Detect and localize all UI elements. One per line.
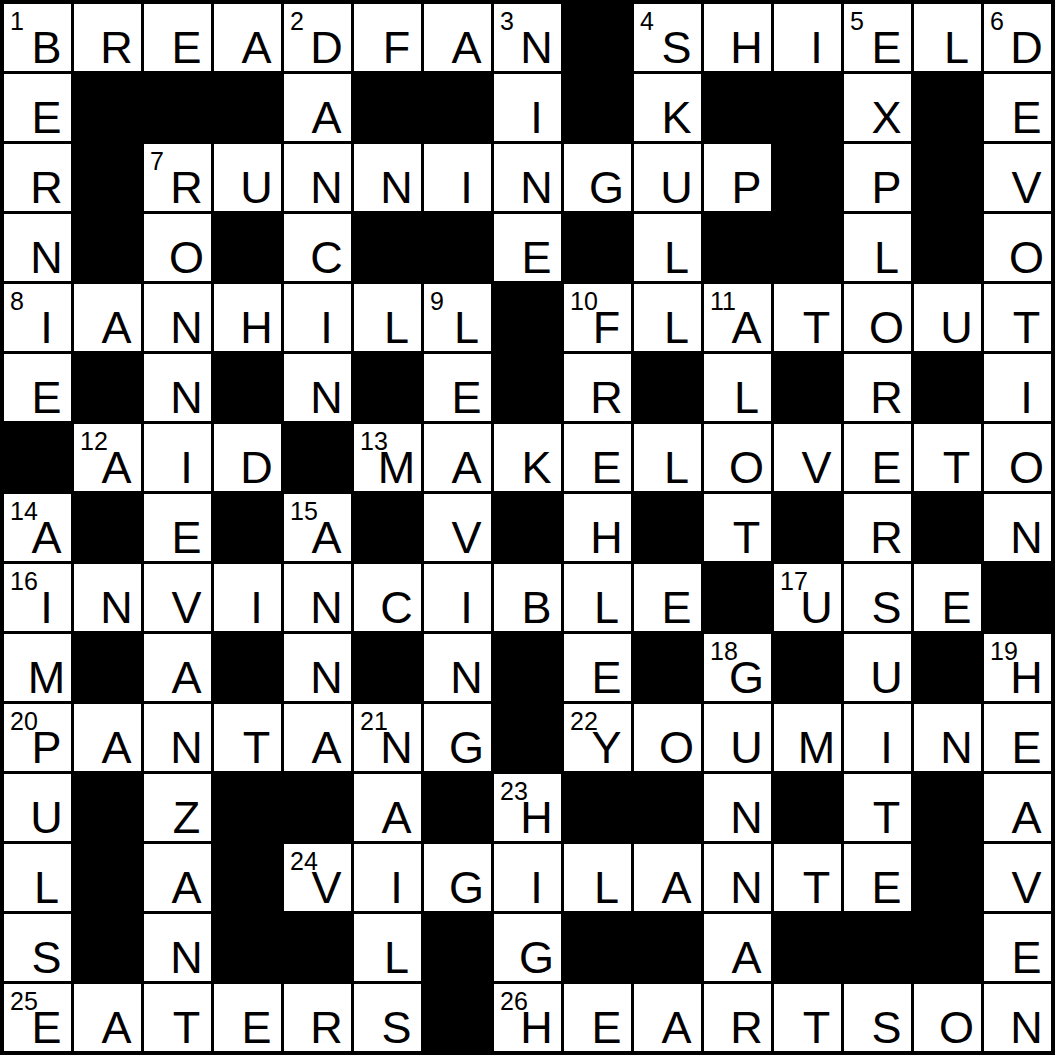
cell-14-3[interactable]: E: [214, 984, 281, 1051]
cell-letter: L: [442, 305, 491, 350]
cell-6-3[interactable]: D: [214, 424, 281, 491]
cell-letter: N: [162, 725, 211, 770]
block-cell-12-13: [914, 844, 981, 911]
cell-letter: T: [792, 1005, 841, 1050]
cell-letter: M: [372, 445, 421, 490]
cell-letter: F: [372, 25, 421, 70]
cell-letter: N: [92, 585, 141, 630]
cell-5-4[interactable]: N: [284, 354, 351, 421]
cell-10-1[interactable]: A: [74, 704, 141, 771]
cell-letter: S: [862, 1005, 911, 1050]
cell-5-8[interactable]: R: [564, 354, 631, 421]
cell-letter: S: [862, 585, 911, 630]
cell-11-2[interactable]: Z: [144, 774, 211, 841]
cell-letter: N: [372, 725, 421, 770]
cell-5-2[interactable]: N: [144, 354, 211, 421]
cell-letter: E: [232, 1005, 281, 1050]
cell-8-4[interactable]: N: [284, 564, 351, 631]
cell-letter: A: [162, 865, 211, 910]
cell-9-4[interactable]: N: [284, 634, 351, 701]
cell-9-10[interactable]: 18G: [704, 634, 771, 701]
cell-0-5[interactable]: F: [354, 4, 421, 71]
cell-8-1[interactable]: N: [74, 564, 141, 631]
cell-12-9[interactable]: A: [634, 844, 701, 911]
cell-7-4[interactable]: 15A: [284, 494, 351, 561]
cell-letter: T: [792, 305, 841, 350]
cell-11-0[interactable]: U: [4, 774, 71, 841]
cell-6-8[interactable]: E: [564, 424, 631, 491]
block-cell-3-13: [914, 214, 981, 281]
block-cell-13-9: [634, 914, 701, 981]
cell-10-11[interactable]: M: [774, 704, 841, 771]
cell-11-10[interactable]: N: [704, 774, 771, 841]
cell-3-0[interactable]: N: [4, 214, 71, 281]
cell-7-8[interactable]: H: [564, 494, 631, 561]
block-cell-11-11: [774, 774, 841, 841]
cell-10-8[interactable]: 22Y: [564, 704, 631, 771]
cell-9-6[interactable]: N: [424, 634, 491, 701]
cell-10-13[interactable]: N: [914, 704, 981, 771]
cell-11-14[interactable]: A: [984, 774, 1051, 841]
cell-4-6[interactable]: 9L: [424, 284, 491, 351]
cell-2-0[interactable]: R: [4, 144, 71, 211]
cell-8-7[interactable]: B: [494, 564, 561, 631]
cell-9-0[interactable]: M: [4, 634, 71, 701]
cell-12-2[interactable]: A: [144, 844, 211, 911]
cell-8-3[interactable]: I: [214, 564, 281, 631]
cell-6-5[interactable]: 13M: [354, 424, 421, 491]
cell-11-12[interactable]: T: [844, 774, 911, 841]
cell-letter: V: [1002, 165, 1051, 210]
cell-letter: N: [512, 25, 561, 70]
cell-8-13[interactable]: E: [914, 564, 981, 631]
block-cell-13-6: [424, 914, 491, 981]
cell-letter: F: [582, 305, 631, 350]
cell-letter: L: [722, 375, 771, 420]
cell-4-8[interactable]: 10F: [564, 284, 631, 351]
cell-13-2[interactable]: N: [144, 914, 211, 981]
cell-9-14[interactable]: 19H: [984, 634, 1051, 701]
cell-letter: L: [932, 25, 981, 70]
cell-letter: O: [1002, 235, 1051, 280]
cell-1-12[interactable]: X: [844, 74, 911, 141]
cell-3-14[interactable]: O: [984, 214, 1051, 281]
cell-letter: U: [232, 165, 281, 210]
block-cell-5-11: [774, 354, 841, 421]
cell-letter: N: [302, 655, 351, 700]
block-cell-1-6: [424, 74, 491, 141]
cell-letter: N: [302, 585, 351, 630]
block-cell-13-4: [284, 914, 351, 981]
block-cell-11-13: [914, 774, 981, 841]
cell-7-2[interactable]: E: [144, 494, 211, 561]
crossword-grid: 1BREA2DFA3N4SHI5EL6DEAIKXER7RUNNINGUPPVN…: [0, 0, 1055, 1055]
cell-letter: S: [372, 1005, 421, 1050]
cell-12-14[interactable]: V: [984, 844, 1051, 911]
cell-letter: T: [1002, 305, 1051, 350]
cell-letter: I: [792, 25, 841, 70]
cell-14-12[interactable]: S: [844, 984, 911, 1051]
block-cell-11-3: [214, 774, 281, 841]
cell-7-10[interactable]: T: [704, 494, 771, 561]
cell-letter: U: [932, 305, 981, 350]
block-cell-6-4: [284, 424, 351, 491]
cell-letter: N: [372, 165, 421, 210]
block-cell-3-8: [564, 214, 631, 281]
cell-10-12[interactable]: I: [844, 704, 911, 771]
cell-7-14[interactable]: N: [984, 494, 1051, 561]
cell-letter: E: [582, 655, 631, 700]
cell-0-6[interactable]: A: [424, 4, 491, 71]
cell-0-9[interactable]: 4S: [634, 4, 701, 71]
cell-0-4[interactable]: 2D: [284, 4, 351, 71]
cell-0-11[interactable]: I: [774, 4, 841, 71]
cell-0-12[interactable]: 5E: [844, 4, 911, 71]
cell-3-7[interactable]: E: [494, 214, 561, 281]
cell-letter: A: [652, 1005, 701, 1050]
block-cell-12-3: [214, 844, 281, 911]
cell-10-2[interactable]: N: [144, 704, 211, 771]
cell-letter: N: [442, 655, 491, 700]
cell-6-11[interactable]: V: [774, 424, 841, 491]
cell-2-4[interactable]: N: [284, 144, 351, 211]
cell-12-10[interactable]: N: [704, 844, 771, 911]
cell-letter: A: [162, 655, 211, 700]
cell-4-4[interactable]: I: [284, 284, 351, 351]
cell-letter: G: [442, 725, 491, 770]
block-cell-11-6: [424, 774, 491, 841]
cell-letter: R: [862, 515, 911, 560]
cell-2-3[interactable]: U: [214, 144, 281, 211]
cell-4-14[interactable]: T: [984, 284, 1051, 351]
block-cell-3-6: [424, 214, 491, 281]
cell-2-9[interactable]: U: [634, 144, 701, 211]
cell-5-10[interactable]: L: [704, 354, 771, 421]
cell-14-8[interactable]: E: [564, 984, 631, 1051]
cell-14-0[interactable]: 25E: [4, 984, 71, 1051]
cell-letter: G: [512, 935, 561, 980]
cell-letter: E: [862, 865, 911, 910]
cell-letter: U: [22, 795, 71, 840]
cell-4-11[interactable]: T: [774, 284, 841, 351]
cell-10-10[interactable]: U: [704, 704, 771, 771]
block-cell-1-8: [564, 74, 631, 141]
block-cell-9-7: [494, 634, 561, 701]
cell-14-7[interactable]: 26H: [494, 984, 561, 1051]
cell-14-14[interactable]: N: [984, 984, 1051, 1051]
cell-0-13[interactable]: L: [914, 4, 981, 71]
cell-letter: H: [722, 25, 771, 70]
cell-letter: N: [162, 305, 211, 350]
cell-4-12[interactable]: O: [844, 284, 911, 351]
cell-letter: H: [512, 795, 561, 840]
cell-letter: D: [1002, 25, 1051, 70]
cell-letter: E: [512, 235, 561, 280]
block-cell-1-13: [914, 74, 981, 141]
cell-8-12[interactable]: S: [844, 564, 911, 631]
cell-8-0[interactable]: 16I: [4, 564, 71, 631]
cell-letter: L: [652, 445, 701, 490]
cell-13-14[interactable]: E: [984, 914, 1051, 981]
block-cell-2-1: [74, 144, 141, 211]
cell-13-0[interactable]: S: [4, 914, 71, 981]
cell-letter: S: [652, 25, 701, 70]
block-cell-9-1: [74, 634, 141, 701]
cell-14-4[interactable]: R: [284, 984, 351, 1051]
block-cell-1-1: [74, 74, 141, 141]
cell-10-14[interactable]: E: [984, 704, 1051, 771]
cell-letter: L: [652, 235, 701, 280]
block-cell-10-7: [494, 704, 561, 771]
block-cell-11-1: [74, 774, 141, 841]
cell-letter: N: [932, 725, 981, 770]
cell-letter: L: [582, 585, 631, 630]
cell-3-4[interactable]: C: [284, 214, 351, 281]
cell-letter: R: [302, 1005, 351, 1050]
cell-letter: N: [162, 375, 211, 420]
cell-5-6[interactable]: E: [424, 354, 491, 421]
cell-letter: P: [722, 165, 771, 210]
cell-6-7[interactable]: K: [494, 424, 561, 491]
block-cell-3-10: [704, 214, 771, 281]
cell-letter: N: [1002, 1005, 1051, 1050]
cell-6-14[interactable]: O: [984, 424, 1051, 491]
cell-11-5[interactable]: A: [354, 774, 421, 841]
cell-2-8[interactable]: G: [564, 144, 631, 211]
cell-10-5[interactable]: 21N: [354, 704, 421, 771]
cell-0-14[interactable]: 6D: [984, 4, 1051, 71]
cell-14-10[interactable]: R: [704, 984, 771, 1051]
cell-letter: G: [582, 165, 631, 210]
cell-2-10[interactable]: P: [704, 144, 771, 211]
cell-letter: A: [92, 725, 141, 770]
cell-letter: A: [92, 1005, 141, 1050]
cell-5-12[interactable]: R: [844, 354, 911, 421]
cell-0-10[interactable]: H: [704, 4, 771, 71]
block-cell-7-11: [774, 494, 841, 561]
cell-2-6[interactable]: I: [424, 144, 491, 211]
block-cell-8-14: [984, 564, 1051, 631]
cell-letter: E: [442, 375, 491, 420]
cell-letter: E: [652, 585, 701, 630]
cell-letter: A: [722, 305, 771, 350]
cell-letter: A: [92, 445, 141, 490]
cell-14-11[interactable]: T: [774, 984, 841, 1051]
cell-4-1[interactable]: A: [74, 284, 141, 351]
cell-0-3[interactable]: A: [214, 4, 281, 71]
cell-10-3[interactable]: T: [214, 704, 281, 771]
cell-10-9[interactable]: O: [634, 704, 701, 771]
cell-11-7[interactable]: 23H: [494, 774, 561, 841]
cell-12-5[interactable]: I: [354, 844, 421, 911]
cell-2-12[interactable]: P: [844, 144, 911, 211]
cell-letter: E: [162, 515, 211, 560]
cell-letter: G: [442, 865, 491, 910]
cell-letter: N: [722, 865, 771, 910]
cell-letter: A: [22, 515, 71, 560]
cell-letter: L: [582, 865, 631, 910]
cell-2-2[interactable]: 7R: [144, 144, 211, 211]
cell-12-8[interactable]: L: [564, 844, 631, 911]
cell-3-9[interactable]: L: [634, 214, 701, 281]
cell-letter: N: [302, 165, 351, 210]
cell-12-7[interactable]: I: [494, 844, 561, 911]
block-cell-11-4: [284, 774, 351, 841]
cell-14-9[interactable]: A: [634, 984, 701, 1051]
cell-letter: K: [652, 95, 701, 140]
block-cell-13-3: [214, 914, 281, 981]
block-cell-5-9: [634, 354, 701, 421]
cell-1-7[interactable]: I: [494, 74, 561, 141]
cell-letter: T: [162, 1005, 211, 1050]
cell-letter: Y: [582, 725, 631, 770]
block-cell-7-1: [74, 494, 141, 561]
cell-1-9[interactable]: K: [634, 74, 701, 141]
cell-12-6[interactable]: G: [424, 844, 491, 911]
cell-1-14[interactable]: E: [984, 74, 1051, 141]
cell-1-0[interactable]: E: [4, 74, 71, 141]
cell-5-0[interactable]: E: [4, 354, 71, 421]
cell-12-0[interactable]: L: [4, 844, 71, 911]
cell-6-10[interactable]: O: [704, 424, 771, 491]
cell-10-6[interactable]: G: [424, 704, 491, 771]
cell-letter: E: [1002, 935, 1051, 980]
cell-letter: A: [1002, 795, 1051, 840]
cell-10-4[interactable]: A: [284, 704, 351, 771]
cell-0-0[interactable]: 1B: [4, 4, 71, 71]
cell-2-5[interactable]: N: [354, 144, 421, 211]
cell-letter: T: [232, 725, 281, 770]
cell-14-1[interactable]: A: [74, 984, 141, 1051]
cell-letter: A: [652, 865, 701, 910]
cell-letter: E: [862, 445, 911, 490]
cell-4-5[interactable]: L: [354, 284, 421, 351]
cell-8-6[interactable]: I: [424, 564, 491, 631]
cell-letter: M: [792, 725, 841, 770]
block-cell-14-6: [424, 984, 491, 1051]
block-cell-7-13: [914, 494, 981, 561]
cell-8-2[interactable]: V: [144, 564, 211, 631]
cell-7-6[interactable]: V: [424, 494, 491, 561]
cell-8-8[interactable]: L: [564, 564, 631, 631]
cell-letter: E: [582, 1005, 631, 1050]
cell-12-12[interactable]: E: [844, 844, 911, 911]
cell-12-4[interactable]: 24V: [284, 844, 351, 911]
cell-letter: B: [22, 25, 71, 70]
cell-letter: R: [162, 165, 211, 210]
cell-letter: D: [232, 445, 281, 490]
block-cell-12-1: [74, 844, 141, 911]
cell-letter: V: [162, 585, 211, 630]
block-cell-13-13: [914, 914, 981, 981]
cell-0-2[interactable]: E: [144, 4, 211, 71]
cell-2-14[interactable]: V: [984, 144, 1051, 211]
cell-8-5[interactable]: C: [354, 564, 421, 631]
block-cell-11-8: [564, 774, 631, 841]
block-cell-9-5: [354, 634, 421, 701]
cell-letter: L: [372, 305, 421, 350]
cell-7-0[interactable]: 14A: [4, 494, 71, 561]
cell-4-10[interactable]: 11A: [704, 284, 771, 351]
block-cell-13-1: [74, 914, 141, 981]
cell-14-13[interactable]: O: [914, 984, 981, 1051]
cell-letter: X: [862, 95, 911, 140]
cell-letter: N: [22, 235, 71, 280]
block-cell-1-5: [354, 74, 421, 141]
cell-letter: E: [1002, 95, 1051, 140]
cell-12-11[interactable]: T: [774, 844, 841, 911]
cell-14-2[interactable]: T: [144, 984, 211, 1051]
cell-9-12[interactable]: U: [844, 634, 911, 701]
cell-letter: I: [22, 305, 71, 350]
cell-9-8[interactable]: E: [564, 634, 631, 701]
cell-6-12[interactable]: E: [844, 424, 911, 491]
cell-4-2[interactable]: N: [144, 284, 211, 351]
cell-2-7[interactable]: N: [494, 144, 561, 211]
block-cell-3-5: [354, 214, 421, 281]
cell-13-7[interactable]: G: [494, 914, 561, 981]
cell-8-9[interactable]: E: [634, 564, 701, 631]
block-cell-5-7: [494, 354, 561, 421]
cell-10-0[interactable]: 20P: [4, 704, 71, 771]
cell-letter: E: [22, 95, 71, 140]
cell-14-5[interactable]: S: [354, 984, 421, 1051]
block-cell-5-1: [74, 354, 141, 421]
cell-4-3[interactable]: H: [214, 284, 281, 351]
cell-3-12[interactable]: L: [844, 214, 911, 281]
block-cell-6-0: [4, 424, 71, 491]
cell-letter: U: [792, 585, 841, 630]
cell-6-13[interactable]: T: [914, 424, 981, 491]
cell-4-13[interactable]: U: [914, 284, 981, 351]
cell-letter: E: [162, 25, 211, 70]
cell-6-6[interactable]: A: [424, 424, 491, 491]
cell-letter: E: [582, 445, 631, 490]
cell-letter: I: [1002, 375, 1051, 420]
cell-5-14[interactable]: I: [984, 354, 1051, 421]
cell-0-1[interactable]: R: [74, 4, 141, 71]
cell-3-2[interactable]: O: [144, 214, 211, 281]
cell-letter: R: [92, 25, 141, 70]
cell-6-9[interactable]: L: [634, 424, 701, 491]
block-cell-7-5: [354, 494, 421, 561]
cell-letter: V: [442, 515, 491, 560]
cell-6-2[interactable]: I: [144, 424, 211, 491]
cell-8-11[interactable]: 17U: [774, 564, 841, 631]
cell-13-5[interactable]: L: [354, 914, 421, 981]
block-cell-1-10: [704, 74, 771, 141]
cell-letter: N: [512, 165, 561, 210]
cell-1-4[interactable]: A: [284, 74, 351, 141]
cell-4-9[interactable]: L: [634, 284, 701, 351]
cell-letter: C: [372, 585, 421, 630]
cell-letter: P: [22, 725, 71, 770]
cell-letter: E: [1002, 725, 1051, 770]
cell-letter: L: [372, 935, 421, 980]
cell-9-2[interactable]: A: [144, 634, 211, 701]
cell-letter: O: [652, 725, 701, 770]
cell-0-7[interactable]: 3N: [494, 4, 561, 71]
cell-13-10[interactable]: A: [704, 914, 771, 981]
cell-letter: M: [22, 655, 71, 700]
cell-7-12[interactable]: R: [844, 494, 911, 561]
block-cell-5-13: [914, 354, 981, 421]
cell-6-1[interactable]: 12A: [74, 424, 141, 491]
cell-4-0[interactable]: 8I: [4, 284, 71, 351]
cell-letter: I: [442, 585, 491, 630]
cell-letter: O: [862, 305, 911, 350]
cell-letter: I: [512, 865, 561, 910]
